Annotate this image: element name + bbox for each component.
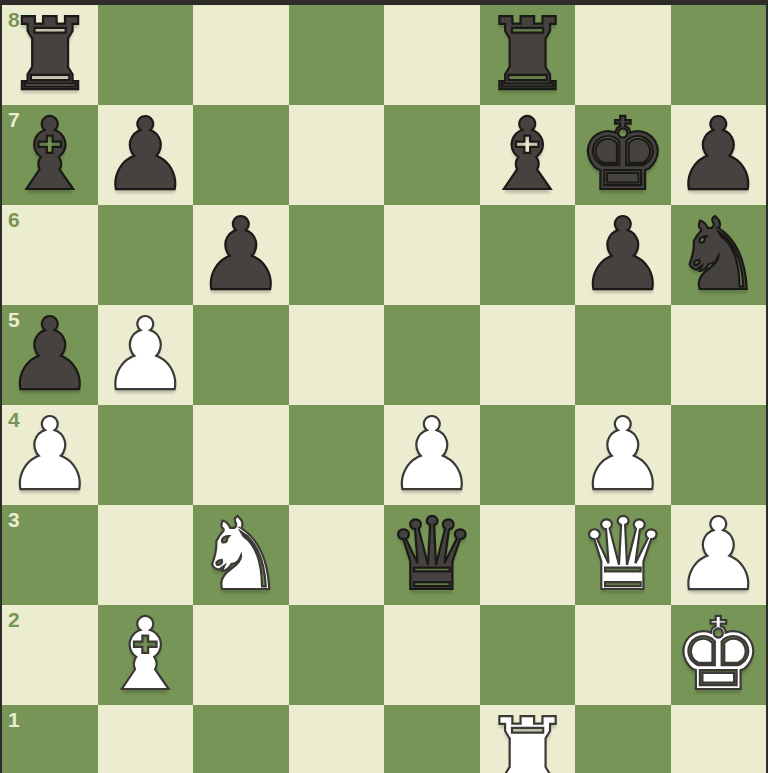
square-f7[interactable]: ♝: [480, 105, 576, 205]
square-b2[interactable]: ♝: [98, 605, 194, 705]
square-a2[interactable]: 2: [2, 605, 98, 705]
rank-label: 4: [8, 409, 20, 430]
square-g8[interactable]: [575, 5, 671, 105]
square-f1[interactable]: f♜: [480, 705, 576, 773]
piece-white-queen[interactable]: ♛: [578, 505, 668, 605]
piece-black-pawn[interactable]: ♟: [196, 205, 286, 305]
board-frame: 8♜♜7♝♟♝♚♟6♟♟♞5♟♟4♟♟♟3♞♛♛♟2♝♚1abcdef♜gh: [0, 0, 768, 773]
square-h2[interactable]: ♚: [671, 605, 767, 705]
square-b1[interactable]: b: [98, 705, 194, 773]
square-h4[interactable]: [671, 405, 767, 505]
square-h5[interactable]: [671, 305, 767, 405]
square-a3[interactable]: 3: [2, 505, 98, 605]
square-h1[interactable]: h: [671, 705, 767, 773]
square-f4[interactable]: [480, 405, 576, 505]
square-b4[interactable]: [98, 405, 194, 505]
square-d8[interactable]: [289, 5, 385, 105]
piece-white-bishop[interactable]: ♝: [100, 605, 190, 705]
piece-black-king[interactable]: ♚: [578, 105, 668, 205]
square-d3[interactable]: [289, 505, 385, 605]
square-h3[interactable]: ♟: [671, 505, 767, 605]
square-h8[interactable]: [671, 5, 767, 105]
piece-white-pawn[interactable]: ♟: [673, 505, 763, 605]
piece-black-rook[interactable]: ♜: [482, 5, 572, 105]
square-g6[interactable]: ♟: [575, 205, 671, 305]
square-c8[interactable]: [193, 5, 289, 105]
square-e6[interactable]: [384, 205, 480, 305]
piece-black-bishop[interactable]: ♝: [482, 105, 572, 205]
square-h7[interactable]: ♟: [671, 105, 767, 205]
piece-white-king[interactable]: ♚: [673, 605, 763, 705]
piece-white-pawn[interactable]: ♟: [100, 305, 190, 405]
square-g7[interactable]: ♚: [575, 105, 671, 205]
piece-black-pawn[interactable]: ♟: [673, 105, 763, 205]
square-d6[interactable]: [289, 205, 385, 305]
square-h6[interactable]: ♞: [671, 205, 767, 305]
square-f5[interactable]: [480, 305, 576, 405]
square-d5[interactable]: [289, 305, 385, 405]
square-a8[interactable]: 8♜: [2, 5, 98, 105]
square-b8[interactable]: [98, 5, 194, 105]
square-d4[interactable]: [289, 405, 385, 505]
square-a6[interactable]: 6: [2, 205, 98, 305]
square-b5[interactable]: ♟: [98, 305, 194, 405]
square-a5[interactable]: 5♟: [2, 305, 98, 405]
square-a7[interactable]: 7♝: [2, 105, 98, 205]
piece-black-pawn[interactable]: ♟: [100, 105, 190, 205]
square-c3[interactable]: ♞: [193, 505, 289, 605]
rank-label: 2: [8, 609, 20, 630]
square-e7[interactable]: [384, 105, 480, 205]
square-f2[interactable]: [480, 605, 576, 705]
square-c5[interactable]: [193, 305, 289, 405]
square-g2[interactable]: [575, 605, 671, 705]
square-f8[interactable]: ♜: [480, 5, 576, 105]
rank-label: 3: [8, 509, 20, 530]
square-b3[interactable]: [98, 505, 194, 605]
piece-black-pawn[interactable]: ♟: [578, 205, 668, 305]
piece-black-knight[interactable]: ♞: [673, 205, 763, 305]
square-c2[interactable]: [193, 605, 289, 705]
square-g1[interactable]: g: [575, 705, 671, 773]
square-e5[interactable]: [384, 305, 480, 405]
square-d7[interactable]: [289, 105, 385, 205]
piece-white-knight[interactable]: ♞: [196, 505, 286, 605]
square-d2[interactable]: [289, 605, 385, 705]
square-c7[interactable]: [193, 105, 289, 205]
square-a1[interactable]: 1a: [2, 705, 98, 773]
square-d1[interactable]: d: [289, 705, 385, 773]
rank-label: 1: [8, 709, 20, 730]
square-e8[interactable]: [384, 5, 480, 105]
rank-label: 7: [8, 109, 20, 130]
square-c1[interactable]: c: [193, 705, 289, 773]
chess-board: 8♜♜7♝♟♝♚♟6♟♟♞5♟♟4♟♟♟3♞♛♛♟2♝♚1abcdef♜gh: [2, 5, 766, 768]
square-b6[interactable]: [98, 205, 194, 305]
square-g4[interactable]: ♟: [575, 405, 671, 505]
rank-label: 6: [8, 209, 20, 230]
rank-label: 8: [8, 9, 20, 30]
piece-white-pawn[interactable]: ♟: [387, 405, 477, 505]
square-b7[interactable]: ♟: [98, 105, 194, 205]
piece-white-pawn[interactable]: ♟: [578, 405, 668, 505]
piece-white-rook[interactable]: ♜: [482, 705, 572, 773]
square-e2[interactable]: [384, 605, 480, 705]
square-g5[interactable]: [575, 305, 671, 405]
piece-black-queen[interactable]: ♛: [387, 505, 477, 605]
square-f6[interactable]: [480, 205, 576, 305]
square-e3[interactable]: ♛: [384, 505, 480, 605]
rank-label: 5: [8, 309, 20, 330]
square-a4[interactable]: 4♟: [2, 405, 98, 505]
square-c6[interactable]: ♟: [193, 205, 289, 305]
square-e1[interactable]: e: [384, 705, 480, 773]
square-g3[interactable]: ♛: [575, 505, 671, 605]
square-f3[interactable]: [480, 505, 576, 605]
square-c4[interactable]: [193, 405, 289, 505]
square-e4[interactable]: ♟: [384, 405, 480, 505]
